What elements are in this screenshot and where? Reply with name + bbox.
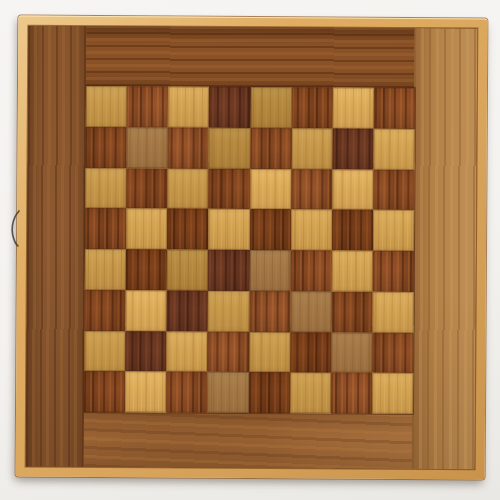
square-c3[interactable] — [167, 290, 208, 331]
square-a4[interactable] — [85, 249, 126, 290]
square-c4[interactable] — [167, 249, 208, 290]
square-g1[interactable] — [331, 373, 372, 414]
square-c2[interactable] — [166, 331, 207, 372]
square-b3[interactable] — [126, 290, 167, 331]
hanging-wire-icon — [8, 209, 24, 249]
square-d5[interactable] — [208, 209, 249, 250]
square-d2[interactable] — [208, 331, 249, 372]
square-g3[interactable] — [331, 291, 372, 332]
square-f7[interactable] — [291, 128, 332, 169]
square-f1[interactable] — [290, 372, 331, 413]
chessboard — [16, 16, 488, 480]
frame-rail-bottom — [84, 412, 412, 469]
square-d4[interactable] — [208, 250, 249, 291]
square-e3[interactable] — [249, 291, 290, 332]
square-c8[interactable] — [168, 86, 209, 127]
square-d7[interactable] — [209, 127, 250, 168]
square-b7[interactable] — [127, 127, 168, 168]
square-e6[interactable] — [250, 168, 291, 209]
square-a2[interactable] — [84, 330, 125, 371]
square-a3[interactable] — [84, 290, 125, 331]
square-a6[interactable] — [85, 167, 126, 208]
frame-rail-top — [86, 26, 414, 88]
square-e8[interactable] — [250, 87, 291, 128]
frame-rail-right — [412, 28, 478, 469]
square-h6[interactable] — [373, 169, 414, 210]
square-b2[interactable] — [125, 331, 166, 372]
square-b4[interactable] — [126, 249, 167, 290]
square-b1[interactable] — [125, 371, 166, 412]
square-h2[interactable] — [372, 332, 413, 373]
square-g4[interactable] — [331, 250, 372, 291]
square-c5[interactable] — [167, 209, 208, 250]
square-e1[interactable] — [248, 372, 289, 413]
square-b5[interactable] — [126, 208, 167, 249]
frame-rail-left — [26, 26, 87, 467]
square-g8[interactable] — [332, 87, 373, 128]
square-c7[interactable] — [168, 127, 209, 168]
square-f2[interactable] — [290, 332, 331, 373]
square-h7[interactable] — [373, 128, 414, 169]
square-b8[interactable] — [127, 86, 168, 127]
square-h3[interactable] — [372, 291, 413, 332]
square-g6[interactable] — [332, 169, 373, 210]
square-h8[interactable] — [374, 88, 415, 129]
square-e4[interactable] — [249, 250, 290, 291]
square-c1[interactable] — [166, 372, 207, 413]
square-d1[interactable] — [207, 372, 248, 413]
square-f3[interactable] — [290, 291, 331, 332]
square-d3[interactable] — [208, 290, 249, 331]
square-g5[interactable] — [332, 210, 373, 251]
square-a7[interactable] — [85, 127, 126, 168]
square-d6[interactable] — [209, 168, 250, 209]
square-f5[interactable] — [291, 209, 332, 250]
square-h4[interactable] — [373, 251, 414, 292]
photo-background — [0, 0, 500, 500]
square-f4[interactable] — [290, 250, 331, 291]
square-f6[interactable] — [291, 169, 332, 210]
board-grid — [84, 86, 415, 414]
square-a8[interactable] — [86, 86, 127, 127]
square-h1[interactable] — [372, 373, 413, 414]
square-g2[interactable] — [331, 332, 372, 373]
square-a1[interactable] — [84, 371, 125, 412]
square-e5[interactable] — [249, 209, 290, 250]
square-a5[interactable] — [85, 208, 126, 249]
square-g7[interactable] — [332, 128, 373, 169]
square-f8[interactable] — [291, 87, 332, 128]
square-c6[interactable] — [167, 168, 208, 209]
square-e2[interactable] — [249, 331, 290, 372]
square-b6[interactable] — [126, 168, 167, 209]
square-h5[interactable] — [373, 210, 414, 251]
square-d8[interactable] — [209, 87, 250, 128]
square-e7[interactable] — [250, 128, 291, 169]
